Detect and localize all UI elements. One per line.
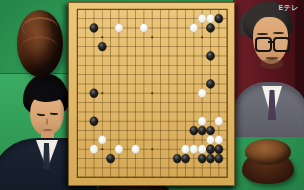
bowl-lid — [245, 139, 291, 165]
go-bowl-bottom-right — [242, 139, 294, 184]
right-player-glasses — [255, 37, 287, 49]
left-player-nose — [46, 118, 48, 125]
left-player-tie — [43, 143, 50, 169]
go-board — [68, 2, 235, 186]
channel-watermark: Eテレ — [279, 3, 300, 13]
right-player-eyebrow — [273, 32, 284, 34]
go-bowl-top-left — [17, 10, 63, 77]
stones — [90, 14, 223, 163]
glasses-bridge — [268, 41, 273, 43]
go-board-svg — [69, 3, 234, 185]
glasses-lens — [273, 37, 290, 52]
left-player-mouth — [43, 129, 52, 131]
broadcast-frame: Eテレ — [0, 0, 304, 190]
player-photo-right — [233, 0, 304, 137]
right-player-beard-shadow — [260, 60, 283, 69]
glasses-lens — [255, 37, 272, 52]
bowl-rim-highlight — [21, 36, 58, 60]
right-player-eyebrow — [257, 33, 268, 35]
